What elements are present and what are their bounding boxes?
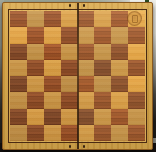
square-a7[interactable] — [10, 27, 27, 43]
square-a4[interactable] — [10, 76, 27, 92]
square-e3[interactable] — [78, 92, 95, 108]
square-g5[interactable] — [111, 60, 128, 76]
square-f5[interactable] — [94, 60, 111, 76]
square-h1[interactable] — [128, 125, 145, 141]
square-d7[interactable] — [61, 27, 78, 43]
square-e6[interactable] — [78, 44, 95, 60]
square-e5[interactable] — [78, 60, 95, 76]
square-a5[interactable] — [10, 60, 27, 76]
square-h7[interactable] — [128, 27, 145, 43]
hinge-mark — [69, 4, 71, 7]
square-e8[interactable] — [78, 11, 95, 27]
square-g2[interactable] — [111, 109, 128, 125]
square-e1[interactable] — [78, 125, 95, 141]
square-h4[interactable] — [128, 76, 145, 92]
square-b3[interactable] — [27, 92, 44, 108]
square-b7[interactable] — [27, 27, 44, 43]
square-d5[interactable] — [61, 60, 78, 76]
square-a2[interactable] — [10, 109, 27, 125]
square-e4[interactable] — [78, 76, 95, 92]
square-f8[interactable] — [94, 11, 111, 27]
square-a8[interactable] — [10, 11, 27, 27]
square-f3[interactable] — [94, 92, 111, 108]
fold-seam — [77, 3, 79, 149]
square-g6[interactable] — [111, 44, 128, 60]
square-g3[interactable] — [111, 92, 128, 108]
hinge-mark — [83, 145, 85, 148]
hinge-mark — [83, 4, 85, 7]
square-h3[interactable] — [128, 92, 145, 108]
square-a6[interactable] — [10, 44, 27, 60]
square-g7[interactable] — [111, 27, 128, 43]
square-h5[interactable] — [128, 60, 145, 76]
square-b5[interactable] — [27, 60, 44, 76]
square-d1[interactable] — [61, 125, 78, 141]
square-a1[interactable] — [10, 125, 27, 141]
square-h2[interactable] — [128, 109, 145, 125]
square-c7[interactable] — [44, 27, 61, 43]
square-d2[interactable] — [61, 109, 78, 125]
square-b1[interactable] — [27, 125, 44, 141]
square-g4[interactable] — [111, 76, 128, 92]
square-c6[interactable] — [44, 44, 61, 60]
square-b8[interactable] — [27, 11, 44, 27]
square-f6[interactable] — [94, 44, 111, 60]
hinge-mark — [69, 145, 71, 148]
square-b6[interactable] — [27, 44, 44, 60]
square-e2[interactable] — [78, 109, 95, 125]
maker-stamp — [127, 11, 142, 26]
square-c3[interactable] — [44, 92, 61, 108]
square-c4[interactable] — [44, 76, 61, 92]
square-g8[interactable] — [111, 11, 128, 27]
square-c8[interactable] — [44, 11, 61, 27]
square-d3[interactable] — [61, 92, 78, 108]
square-b2[interactable] — [27, 109, 44, 125]
square-f4[interactable] — [94, 76, 111, 92]
square-e7[interactable] — [78, 27, 95, 43]
square-b4[interactable] — [27, 76, 44, 92]
square-g1[interactable] — [111, 125, 128, 141]
game-board — [2, 2, 153, 150]
square-d6[interactable] — [61, 44, 78, 60]
square-c2[interactable] — [44, 109, 61, 125]
square-f1[interactable] — [94, 125, 111, 141]
square-h6[interactable] — [128, 44, 145, 60]
square-d8[interactable] — [61, 11, 78, 27]
square-d4[interactable] — [61, 76, 78, 92]
square-c1[interactable] — [44, 125, 61, 141]
photo-scene — [0, 0, 156, 152]
square-f7[interactable] — [94, 27, 111, 43]
square-c5[interactable] — [44, 60, 61, 76]
square-f2[interactable] — [94, 109, 111, 125]
square-a3[interactable] — [10, 92, 27, 108]
